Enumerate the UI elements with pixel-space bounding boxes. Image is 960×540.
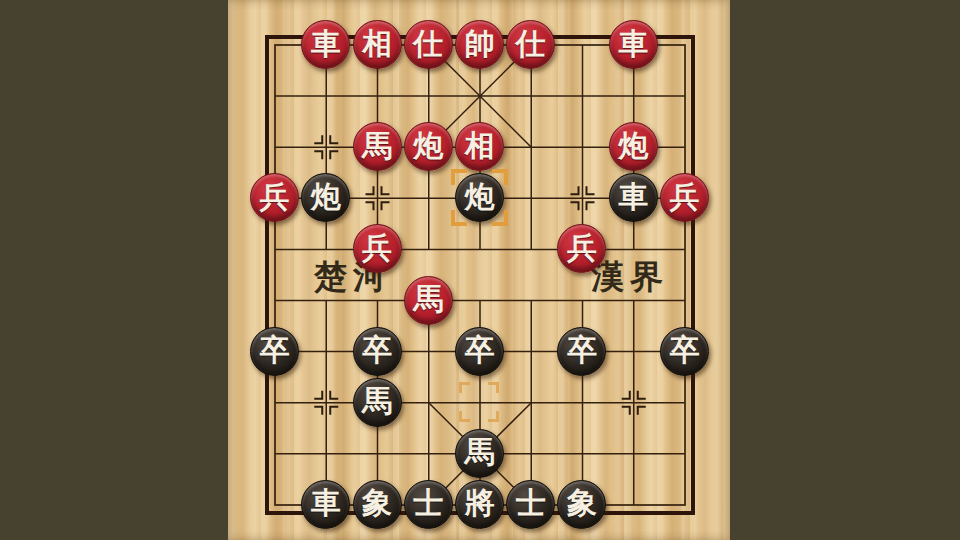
board-intersection: 士 — [403, 479, 454, 530]
letterbox-right — [730, 0, 960, 540]
board-intersection: 卒 — [249, 326, 300, 377]
letterbox-left — [0, 0, 228, 540]
piece-red-elephant[interactable]: 相 — [455, 122, 504, 171]
piece-glyph: 卒 — [260, 335, 290, 365]
piece-black-general[interactable]: 將 — [455, 480, 504, 529]
piece-red-horse[interactable]: 馬 — [404, 276, 453, 325]
piece-red-soldier[interactable]: 兵 — [557, 224, 606, 273]
piece-glyph: 車 — [618, 29, 648, 59]
piece-glyph: 兵 — [669, 182, 699, 212]
piece-black-cannon[interactable]: 炮 — [455, 173, 504, 222]
xiangqi-board: 楚河 漢界 車相仕帥仕車馬炮相炮兵炮炮車兵兵兵馬卒卒卒卒卒馬馬車象士將士象 — [228, 0, 730, 540]
piece-glyph: 車 — [311, 29, 341, 59]
piece-glyph: 馬 — [362, 386, 392, 416]
board-intersection: 馬 — [351, 121, 402, 172]
board-intersection: 象 — [351, 479, 402, 530]
piece-glyph: 炮 — [413, 131, 443, 161]
piece-glyph: 兵 — [567, 233, 597, 263]
xiangqi-app: 楚河 漢界 車相仕帥仕車馬炮相炮兵炮炮車兵兵兵馬卒卒卒卒卒馬馬車象士將士象 — [0, 0, 960, 540]
piece-black-chariot[interactable]: 車 — [609, 173, 658, 222]
board-intersection: 士 — [505, 479, 556, 530]
board-intersection: 車 — [300, 19, 351, 70]
piece-red-soldier[interactable]: 兵 — [660, 173, 709, 222]
piece-black-horse[interactable]: 馬 — [353, 378, 402, 427]
board-intersection: 仕 — [403, 19, 454, 70]
piece-glyph: 炮 — [311, 182, 341, 212]
board-intersection: 炮 — [403, 121, 454, 172]
piece-black-chariot[interactable]: 車 — [301, 480, 350, 529]
piece-black-soldier[interactable]: 卒 — [660, 327, 709, 376]
piece-glyph: 象 — [362, 488, 392, 518]
piece-glyph: 炮 — [618, 131, 648, 161]
piece-glyph: 象 — [567, 488, 597, 518]
last-move-from-highlight — [459, 382, 499, 422]
piece-black-elephant[interactable]: 象 — [557, 480, 606, 529]
piece-glyph: 馬 — [413, 284, 443, 314]
piece-black-elephant[interactable]: 象 — [353, 480, 402, 529]
board-intersection: 卒 — [659, 326, 710, 377]
board-intersection: 車 — [300, 479, 351, 530]
board-intersection: 卒 — [556, 326, 607, 377]
piece-glyph: 帥 — [464, 29, 494, 59]
board-intersection: 相 — [454, 121, 505, 172]
piece-red-chariot[interactable]: 車 — [609, 20, 658, 69]
piece-glyph: 卒 — [567, 335, 597, 365]
piece-red-soldier[interactable]: 兵 — [353, 224, 402, 273]
piece-glyph: 車 — [311, 488, 341, 518]
board-intersection: 馬 — [351, 377, 402, 428]
piece-red-horse[interactable]: 馬 — [353, 122, 402, 171]
board-intersection: 馬 — [403, 274, 454, 325]
piece-black-advisor[interactable]: 士 — [404, 480, 453, 529]
piece-glyph: 馬 — [464, 437, 494, 467]
board-intersection: 車 — [608, 172, 659, 223]
piece-red-advisor[interactable]: 仕 — [404, 20, 453, 69]
board-intersection: 兵 — [249, 172, 300, 223]
board-intersection: 卒 — [454, 326, 505, 377]
piece-glyph: 士 — [413, 488, 443, 518]
piece-black-soldier[interactable]: 卒 — [353, 327, 402, 376]
board-intersection: 馬 — [454, 428, 505, 479]
board-intersection: 車 — [608, 19, 659, 70]
board-intersection: 象 — [556, 479, 607, 530]
piece-black-cannon[interactable]: 炮 — [301, 173, 350, 222]
piece-glyph: 卒 — [464, 335, 494, 365]
piece-black-horse[interactable]: 馬 — [455, 429, 504, 478]
piece-grid: 車相仕帥仕車馬炮相炮兵炮炮車兵兵兵馬卒卒卒卒卒馬馬車象士將士象 — [249, 19, 710, 530]
piece-glyph: 卒 — [669, 335, 699, 365]
board-intersection: 卒 — [351, 326, 402, 377]
piece-glyph: 相 — [362, 29, 392, 59]
board-intersection: 將 — [454, 479, 505, 530]
piece-glyph: 車 — [618, 182, 648, 212]
board-intersection: 相 — [351, 19, 402, 70]
piece-red-cannon[interactable]: 炮 — [609, 122, 658, 171]
piece-glyph: 仕 — [516, 29, 546, 59]
piece-black-soldier[interactable]: 卒 — [557, 327, 606, 376]
piece-red-elephant[interactable]: 相 — [353, 20, 402, 69]
board-intersection: 仕 — [505, 19, 556, 70]
board-intersection: 炮 — [300, 172, 351, 223]
piece-black-advisor[interactable]: 士 — [506, 480, 555, 529]
piece-black-soldier[interactable]: 卒 — [455, 327, 504, 376]
board-intersection — [454, 377, 505, 428]
piece-red-chariot[interactable]: 車 — [301, 20, 350, 69]
piece-red-general[interactable]: 帥 — [455, 20, 504, 69]
piece-red-cannon[interactable]: 炮 — [404, 122, 453, 171]
board-intersection: 兵 — [556, 223, 607, 274]
piece-glyph: 炮 — [464, 182, 494, 212]
piece-red-advisor[interactable]: 仕 — [506, 20, 555, 69]
piece-glyph: 將 — [464, 488, 494, 518]
piece-glyph: 兵 — [362, 233, 392, 263]
piece-black-soldier[interactable]: 卒 — [250, 327, 299, 376]
piece-glyph: 相 — [464, 131, 494, 161]
board-intersection: 兵 — [659, 172, 710, 223]
piece-red-soldier[interactable]: 兵 — [250, 173, 299, 222]
board-intersection: 炮 — [608, 121, 659, 172]
piece-glyph: 卒 — [362, 335, 392, 365]
piece-glyph: 仕 — [413, 29, 443, 59]
board-intersection: 兵 — [351, 223, 402, 274]
piece-glyph: 馬 — [362, 131, 392, 161]
piece-glyph: 兵 — [260, 182, 290, 212]
board-intersection: 炮 — [454, 172, 505, 223]
board-intersection: 帥 — [454, 19, 505, 70]
piece-glyph: 士 — [516, 488, 546, 518]
